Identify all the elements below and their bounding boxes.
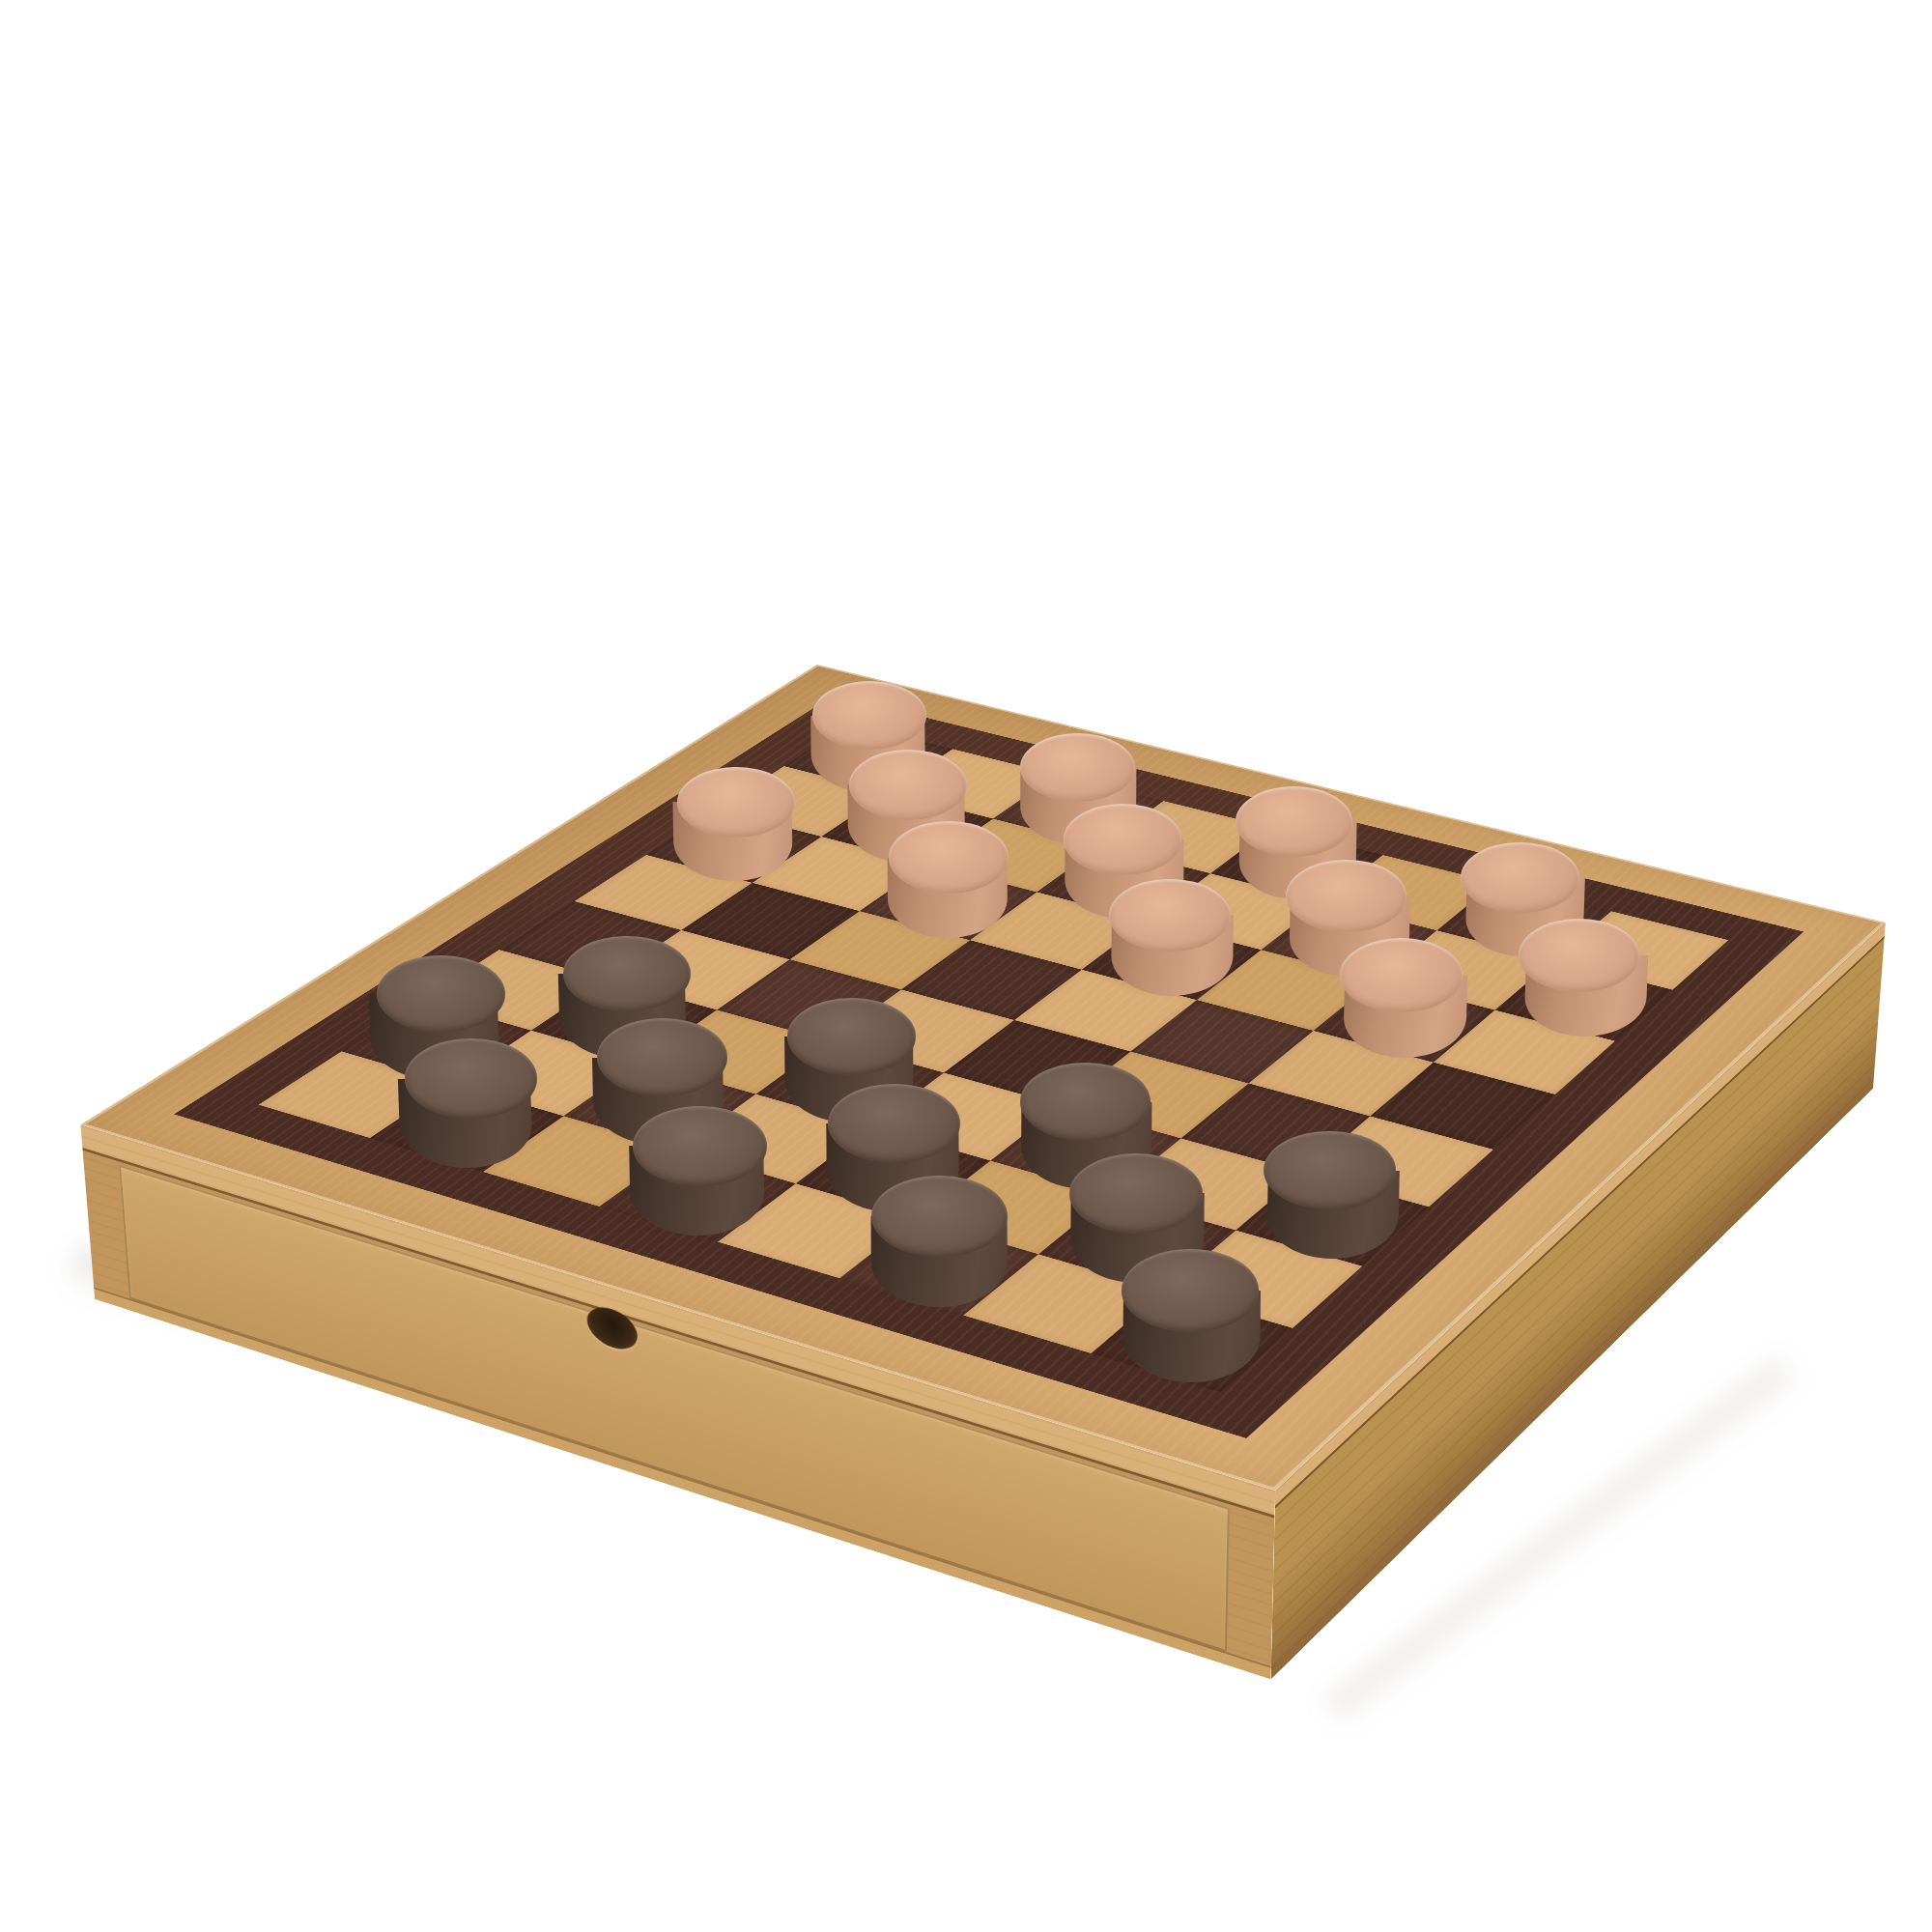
- checker-dark-h3[interactable]: [1266, 1131, 1398, 1259]
- light-piece-top: [1020, 733, 1136, 803]
- light-piece-top: [812, 681, 926, 750]
- light-piece-top: [849, 750, 966, 820]
- checker-light-g6[interactable]: [1343, 938, 1465, 1057]
- checker-dark-h1[interactable]: [1122, 1249, 1260, 1382]
- dark-piece-top: [828, 1084, 960, 1163]
- dark-piece-top: [597, 1018, 727, 1096]
- light-piece-top: [1236, 786, 1352, 857]
- checker-light-a6[interactable]: [674, 767, 793, 882]
- dark-piece-top: [1122, 1249, 1259, 1331]
- light-piece-top: [889, 821, 1009, 894]
- dark-piece-top: [563, 936, 690, 1012]
- checker-light-h7[interactable]: [1523, 919, 1645, 1037]
- product-photo-stage: [0, 0, 1932, 1932]
- dark-piece-top: [787, 998, 916, 1075]
- light-piece-top: [1519, 919, 1640, 991]
- checker-dark-f1[interactable]: [871, 1176, 1008, 1307]
- checker-light-c6[interactable]: [888, 821, 1008, 938]
- checker-light-e6[interactable]: [1111, 879, 1233, 997]
- light-piece-top: [1109, 879, 1231, 952]
- dark-piece-top: [633, 1106, 767, 1186]
- checker-dark-d1[interactable]: [631, 1106, 765, 1236]
- dark-piece-top: [377, 955, 505, 1033]
- dark-piece-top: [1264, 1131, 1395, 1210]
- dark-piece-top: [1020, 1063, 1151, 1141]
- light-piece-top: [1340, 938, 1463, 1011]
- dark-piece-top: [871, 1176, 1008, 1257]
- light-piece-top: [677, 767, 796, 838]
- light-piece-top: [1461, 842, 1578, 913]
- dark-piece-top: [1069, 1153, 1203, 1234]
- dark-piece-top: [405, 1038, 537, 1118]
- light-piece-top: [1064, 804, 1182, 875]
- light-piece-top: [1286, 860, 1406, 931]
- checker-dark-b1[interactable]: [401, 1038, 533, 1167]
- pieces-overlay: [0, 0, 1932, 1932]
